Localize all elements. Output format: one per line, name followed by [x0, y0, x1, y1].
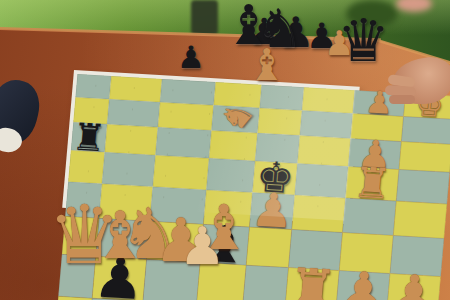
- captured-white-pawn[interactable]: ♟: [179, 227, 226, 266]
- square[interactable]: [295, 163, 348, 197]
- square[interactable]: [399, 141, 450, 172]
- white-pawn[interactable]: ♟: [386, 274, 440, 300]
- square[interactable]: ♟: [336, 271, 390, 300]
- square[interactable]: [152, 155, 209, 190]
- square[interactable]: [292, 195, 346, 233]
- white-pawn[interactable]: ♟: [250, 192, 295, 229]
- white-rook[interactable]: ♜: [352, 167, 393, 201]
- captured-white-queen[interactable]: ♛: [48, 205, 121, 266]
- square[interactable]: [109, 76, 162, 102]
- square[interactable]: [258, 108, 302, 136]
- square[interactable]: ♞: [212, 105, 261, 133]
- square[interactable]: [158, 102, 214, 130]
- square[interactable]: [300, 110, 353, 138]
- square[interactable]: [107, 99, 160, 127]
- square[interactable]: [102, 152, 155, 186]
- square[interactable]: [243, 265, 289, 300]
- square[interactable]: [75, 74, 111, 99]
- captured-black-pawn[interactable]: ♟: [177, 46, 205, 69]
- tree-trunk: [191, 0, 218, 35]
- square[interactable]: ♟: [386, 274, 440, 300]
- square[interactable]: [396, 169, 449, 203]
- square[interactable]: [160, 79, 216, 105]
- black-rook[interactable]: ♜: [71, 122, 107, 152]
- square[interactable]: [68, 150, 104, 183]
- square[interactable]: [298, 135, 351, 166]
- square[interactable]: ♜: [345, 166, 398, 200]
- square[interactable]: ♟: [250, 192, 295, 229]
- outdoor-chess-scene: ♟♚♞♜♟♚♜♟♝♟♜♟♟♟ ♟♝♟♝♞♟♟♟♛ ♛♝♞♟♟♝: [0, 0, 450, 300]
- white-pawn[interactable]: ♟: [336, 271, 390, 300]
- square[interactable]: [206, 158, 255, 192]
- right-hand-finger: [389, 95, 415, 104]
- square[interactable]: [393, 201, 447, 239]
- captured-white-bishop[interactable]: ♝: [247, 48, 286, 81]
- square[interactable]: [302, 87, 355, 113]
- square[interactable]: [209, 130, 258, 161]
- square[interactable]: [246, 227, 291, 268]
- square[interactable]: [342, 198, 396, 236]
- square[interactable]: ♜: [285, 268, 339, 300]
- square[interactable]: [401, 116, 450, 144]
- white-rook[interactable]: ♜: [285, 268, 339, 300]
- square[interactable]: [155, 127, 211, 158]
- captured-black-queen[interactable]: ♛: [337, 19, 390, 63]
- square[interactable]: [105, 124, 158, 155]
- square[interactable]: ♜: [71, 122, 107, 152]
